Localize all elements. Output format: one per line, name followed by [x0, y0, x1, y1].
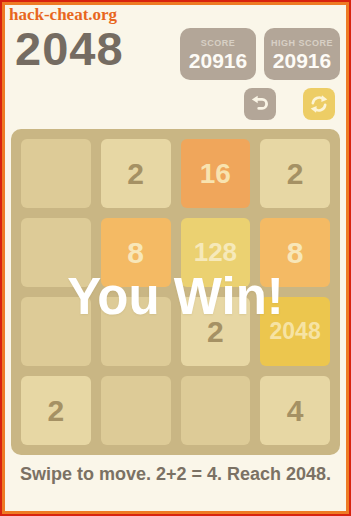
empty-cell: [21, 297, 91, 366]
tile-8: 8: [260, 218, 330, 287]
score-label: SCORE: [201, 38, 236, 48]
empty-cell: [181, 376, 251, 445]
high-score-label: HIGH SCORE: [271, 38, 333, 48]
tile-2: 2: [101, 139, 171, 208]
refresh-icon: [309, 94, 329, 114]
game-board[interactable]: 2162812882204824: [11, 129, 340, 455]
empty-cell: [21, 139, 91, 208]
empty-cell: [101, 297, 171, 366]
undo-icon: [250, 94, 270, 114]
screenshot-frame: hack-cheat.org 2048 SCORE 20916 HIGH SCO…: [0, 0, 351, 516]
tile-8: 8: [101, 218, 171, 287]
empty-cell: [101, 376, 171, 445]
tile-4: 4: [260, 376, 330, 445]
watermark: hack-cheat.org: [9, 5, 117, 25]
tile-16: 16: [181, 139, 251, 208]
tile-128: 128: [181, 218, 251, 287]
tile-2: 2: [181, 297, 251, 366]
tile-2: 2: [260, 139, 330, 208]
undo-button[interactable]: [244, 88, 276, 120]
instructions: Swipe to move. 2+2 = 4. Reach 2048.: [5, 464, 346, 485]
tile-2048: 2048: [260, 297, 330, 366]
tile-2: 2: [21, 376, 91, 445]
game-title: 2048: [15, 23, 124, 75]
score-value: 20916: [189, 49, 247, 73]
empty-cell: [21, 218, 91, 287]
score-box: SCORE 20916: [180, 28, 256, 80]
high-score-value: 20916: [273, 49, 331, 73]
high-score-box: HIGH SCORE 20916: [264, 28, 340, 80]
app-background: hack-cheat.org 2048 SCORE 20916 HIGH SCO…: [2, 2, 349, 514]
new-game-button[interactable]: [303, 88, 335, 120]
